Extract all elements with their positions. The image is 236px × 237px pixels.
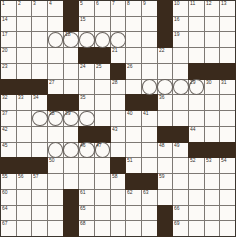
cell-r15c14[interactable] (205, 221, 220, 236)
cell-r7c13[interactable] (189, 95, 204, 110)
cell-r9c15[interactable] (220, 127, 235, 142)
cell-r14c4[interactable] (48, 206, 63, 221)
cell-r4c10[interactable] (142, 48, 157, 63)
cell-r10c4[interactable] (48, 143, 63, 158)
cell-r7c6[interactable]: 35 (79, 95, 94, 110)
cell-r9c5[interactable] (64, 127, 79, 142)
cell-r4c13[interactable] (189, 48, 204, 63)
black-square-r13c5 (64, 190, 79, 205)
cell-r14c9[interactable] (126, 206, 141, 221)
black-square-r6c1 (1, 80, 16, 95)
cell-r6c7[interactable] (95, 80, 110, 95)
cell-r8c15[interactable] (220, 111, 235, 126)
cell-r14c14[interactable] (205, 206, 220, 221)
cell-r4c3[interactable] (32, 48, 47, 63)
black-square-r2c5 (64, 17, 79, 32)
cell-r5c3[interactable] (32, 64, 47, 79)
clue-number-16: 16 (174, 17, 180, 22)
cell-r10c5[interactable] (64, 143, 79, 158)
cell-r3c14[interactable] (205, 32, 220, 47)
cell-r9c4[interactable] (48, 127, 63, 142)
cell-r7c8[interactable] (111, 95, 126, 110)
cell-r2c9[interactable] (126, 17, 141, 32)
cell-r1c7[interactable]: 6 (95, 1, 110, 16)
clue-number-19: 19 (174, 32, 180, 37)
clue-number-7: 7 (112, 1, 115, 6)
clue-number-4: 4 (49, 1, 52, 6)
cell-r6c14[interactable]: 30 (205, 80, 220, 95)
cell-r12c15[interactable] (220, 174, 235, 189)
cell-r13c1[interactable]: 60 (1, 190, 16, 205)
clue-number-57: 57 (33, 174, 39, 179)
cell-r8c5[interactable]: 39 (64, 111, 79, 126)
cell-r7c3[interactable]: 34 (32, 95, 47, 110)
cell-r5c7[interactable]: 25 (95, 64, 110, 79)
clue-number-59: 59 (159, 174, 165, 179)
cell-r2c14[interactable] (205, 17, 220, 32)
cell-r12c14[interactable] (205, 174, 220, 189)
cell-r6c4[interactable]: 27 (48, 80, 63, 95)
cell-r2c13[interactable] (189, 17, 204, 32)
circle-marker (79, 111, 95, 127)
clue-number-37: 37 (2, 111, 8, 116)
cell-r15c2[interactable] (17, 221, 32, 236)
cell-r6c5[interactable] (64, 80, 79, 95)
circle-marker (110, 32, 126, 48)
circle-marker (63, 142, 79, 158)
cell-r3c1[interactable]: 17 (1, 32, 16, 47)
cell-r10c3[interactable] (32, 143, 47, 158)
cell-r10c6[interactable]: 46 (79, 143, 94, 158)
cell-r7c15[interactable] (220, 95, 235, 110)
cell-r9c10[interactable] (142, 127, 157, 142)
cell-r13c10[interactable]: 63 (142, 190, 157, 205)
cell-r8c11[interactable] (158, 111, 173, 126)
clue-number-46: 46 (80, 143, 86, 148)
cell-r14c1[interactable]: 64 (1, 206, 16, 221)
cell-r6c8[interactable]: 28 (111, 80, 126, 95)
cell-r2c7[interactable] (95, 17, 110, 32)
cell-r3c8[interactable] (111, 32, 126, 47)
clue-number-15: 15 (80, 17, 86, 22)
clue-number-65: 65 (80, 206, 86, 211)
clue-number-22: 22 (159, 48, 165, 53)
cell-r8c7[interactable] (95, 111, 110, 126)
cell-r15c13[interactable] (189, 221, 204, 236)
clue-number-55: 55 (2, 174, 8, 179)
cell-r10c10[interactable] (142, 143, 157, 158)
circle-marker (189, 79, 205, 95)
cell-r4c1[interactable]: 20 (1, 48, 16, 63)
clue-number-6: 6 (96, 1, 99, 6)
cell-r3c10[interactable] (142, 32, 157, 47)
cell-r3c6[interactable] (79, 32, 94, 47)
clue-number-51: 51 (127, 158, 133, 163)
cell-r5c11[interactable] (158, 64, 173, 79)
cell-r4c4[interactable] (48, 48, 63, 63)
black-square-r12c9 (126, 174, 141, 189)
black-square-r4c6 (79, 48, 94, 63)
cell-r13c9[interactable]: 62 (126, 190, 141, 205)
cell-r10c7[interactable]: 47 (95, 143, 110, 158)
cell-r9c2[interactable] (17, 127, 32, 142)
cell-r6c13[interactable]: 29 (189, 80, 204, 95)
black-square-r14c11 (158, 206, 173, 221)
black-square-r7c5 (64, 95, 79, 110)
clue-number-35: 35 (80, 95, 86, 100)
clue-number-40: 40 (127, 111, 133, 116)
black-square-r12c10 (142, 174, 157, 189)
cell-r9c1[interactable]: 42 (1, 127, 16, 142)
cell-r12c1[interactable]: 55 (1, 174, 16, 189)
cell-r15c15[interactable] (220, 221, 235, 236)
clue-number-27: 27 (49, 80, 55, 85)
cell-r8c13[interactable] (189, 111, 204, 126)
clue-number-49: 49 (174, 143, 180, 148)
crossword-grid: 1234567891011121314151617181920212223242… (0, 0, 236, 237)
cell-r15c10[interactable] (142, 221, 157, 236)
cell-r4c11[interactable]: 22 (158, 48, 173, 63)
black-square-r4c7 (95, 48, 110, 63)
cell-r12c8[interactable]: 58 (111, 174, 126, 189)
cell-r3c15[interactable] (220, 32, 235, 47)
cell-r6c12[interactable] (173, 80, 188, 95)
clue-number-62: 62 (127, 190, 133, 195)
circle-marker (79, 142, 95, 158)
black-square-r9c7 (95, 127, 110, 142)
clue-number-29: 29 (190, 80, 196, 85)
circle-marker (48, 32, 64, 48)
cell-r11c9[interactable]: 51 (126, 158, 141, 173)
circle-marker (173, 79, 189, 95)
black-square-r2c11 (158, 17, 173, 32)
cell-r15c3[interactable] (32, 221, 47, 236)
cell-r11c10[interactable] (142, 158, 157, 173)
cell-r14c3[interactable] (32, 206, 47, 221)
cell-r7c14[interactable] (205, 95, 220, 110)
cell-r2c1[interactable]: 14 (1, 17, 16, 32)
black-square-r10c14 (205, 143, 220, 158)
cell-r10c8[interactable] (111, 143, 126, 158)
cell-r4c2[interactable] (17, 48, 32, 63)
cell-r9c9[interactable] (126, 127, 141, 142)
cell-r1c6[interactable]: 5 (79, 1, 94, 16)
cell-r13c6[interactable]: 61 (79, 190, 94, 205)
cell-r2c8[interactable] (111, 17, 126, 32)
cell-r15c1[interactable]: 67 (1, 221, 16, 236)
cell-r12c4[interactable] (48, 174, 63, 189)
cell-r2c4[interactable] (48, 17, 63, 32)
cell-r9c13[interactable]: 44 (189, 127, 204, 142)
cell-r15c4[interactable] (48, 221, 63, 236)
black-square-r9c11 (158, 127, 173, 142)
clue-number-8: 8 (127, 1, 130, 6)
cell-r9c14[interactable] (205, 127, 220, 142)
clue-number-26: 26 (127, 64, 133, 69)
cell-r8c3[interactable] (32, 111, 47, 126)
cell-r1c8[interactable]: 7 (111, 1, 126, 16)
black-square-r9c12 (173, 127, 188, 142)
cell-r1c14[interactable]: 12 (205, 1, 220, 16)
circle-marker (142, 79, 158, 95)
clue-number-28: 28 (112, 80, 118, 85)
cell-r1c2[interactable]: 2 (17, 1, 32, 16)
clue-number-23: 23 (2, 64, 8, 69)
black-square-r11c2 (17, 158, 32, 173)
black-square-r6c3 (32, 80, 47, 95)
cell-r13c15[interactable] (220, 190, 235, 205)
clue-number-10: 10 (174, 1, 180, 6)
cell-r11c7[interactable] (95, 158, 110, 173)
cell-r5c4[interactable] (48, 64, 63, 79)
cell-r10c1[interactable]: 45 (1, 143, 16, 158)
black-square-r15c11 (158, 221, 173, 236)
cell-r12c13[interactable] (189, 174, 204, 189)
cell-r13c13[interactable] (189, 190, 204, 205)
cell-r12c2[interactable]: 56 (17, 174, 32, 189)
cell-r15c12[interactable]: 69 (173, 221, 188, 236)
cell-r5c9[interactable]: 26 (126, 64, 141, 79)
cell-r14c10[interactable] (142, 206, 157, 221)
cell-r8c8[interactable] (111, 111, 126, 126)
cell-r2c10[interactable] (142, 17, 157, 32)
clue-number-17: 17 (2, 32, 8, 37)
cell-r8c1[interactable]: 37 (1, 111, 16, 126)
cell-r5c12[interactable] (173, 64, 188, 79)
circle-marker (48, 142, 64, 158)
circle-marker (63, 32, 79, 48)
cell-r11c5[interactable] (64, 158, 79, 173)
cell-r1c4[interactable]: 4 (48, 1, 63, 16)
cell-r10c11[interactable]: 48 (158, 143, 173, 158)
cell-r4c15[interactable] (220, 48, 235, 63)
black-square-r3c11 (158, 32, 173, 47)
cell-r3c2[interactable] (17, 32, 32, 47)
cell-r5c1[interactable]: 23 (1, 64, 16, 79)
cell-r6c6[interactable] (79, 80, 94, 95)
cell-r12c11[interactable]: 59 (158, 174, 173, 189)
clue-number-36: 36 (159, 95, 165, 100)
cell-r5c2[interactable] (17, 64, 32, 79)
clue-number-9: 9 (143, 1, 146, 6)
cell-r4c5[interactable] (64, 48, 79, 63)
cell-r7c12[interactable] (173, 95, 188, 110)
cell-r14c12[interactable]: 66 (173, 206, 188, 221)
cell-r12c12[interactable] (173, 174, 188, 189)
cell-r11c12[interactable] (173, 158, 188, 173)
circle-marker (157, 79, 173, 95)
clue-number-44: 44 (190, 127, 196, 132)
cell-r5c5[interactable] (64, 64, 79, 79)
cell-r6c15[interactable]: 31 (220, 80, 235, 95)
cell-r13c2[interactable] (17, 190, 32, 205)
cell-r7c11[interactable]: 36 (158, 95, 173, 110)
clue-number-12: 12 (206, 1, 212, 6)
clue-number-25: 25 (96, 64, 102, 69)
clue-number-13: 13 (221, 1, 227, 6)
cell-r15c6[interactable]: 68 (79, 221, 94, 236)
clue-number-39: 39 (65, 111, 71, 116)
clue-number-42: 42 (2, 127, 8, 132)
cell-r6c10[interactable] (142, 80, 157, 95)
cell-r8c2[interactable] (17, 111, 32, 126)
cell-r4c8[interactable]: 21 (111, 48, 126, 63)
cell-r10c2[interactable] (17, 143, 32, 158)
cell-r8c9[interactable]: 40 (126, 111, 141, 126)
clue-number-20: 20 (2, 48, 8, 53)
cell-r10c12[interactable]: 49 (173, 143, 188, 158)
cell-r13c4[interactable] (48, 190, 63, 205)
clue-number-21: 21 (112, 48, 118, 53)
cell-r11c15[interactable]: 54 (220, 158, 235, 173)
cell-r14c6[interactable]: 65 (79, 206, 94, 221)
cell-r1c13[interactable]: 11 (189, 1, 204, 16)
clue-number-56: 56 (18, 174, 24, 179)
cell-r2c2[interactable] (17, 17, 32, 32)
cell-r13c12[interactable] (173, 190, 188, 205)
black-square-r5c13 (189, 64, 204, 79)
black-square-r11c8 (111, 158, 126, 173)
clue-number-32: 32 (2, 95, 8, 100)
clue-number-68: 68 (80, 221, 86, 226)
cell-r8c12[interactable] (173, 111, 188, 126)
clue-number-31: 31 (221, 80, 227, 85)
cell-r1c3[interactable]: 3 (32, 1, 47, 16)
cell-r3c4[interactable] (48, 32, 63, 47)
cell-r7c7[interactable] (95, 95, 110, 110)
clue-number-60: 60 (2, 190, 8, 195)
clue-number-63: 63 (143, 190, 149, 195)
cell-r11c6[interactable] (79, 158, 94, 173)
clue-number-61: 61 (80, 190, 86, 195)
cell-r3c12[interactable]: 19 (173, 32, 188, 47)
cell-r14c8[interactable] (111, 206, 126, 221)
clue-number-43: 43 (112, 127, 118, 132)
cell-r1c15[interactable]: 13 (220, 1, 235, 16)
cell-r11c4[interactable]: 50 (48, 158, 63, 173)
cell-r1c10[interactable]: 9 (142, 1, 157, 16)
cell-r8c4[interactable]: 38 (48, 111, 63, 126)
cell-r12c3[interactable]: 57 (32, 174, 47, 189)
clue-number-11: 11 (190, 1, 195, 6)
cell-r11c14[interactable]: 53 (205, 158, 220, 173)
clue-number-30: 30 (206, 80, 212, 85)
cell-r14c15[interactable] (220, 206, 235, 221)
clue-number-47: 47 (96, 143, 102, 148)
clue-number-41: 41 (143, 111, 149, 116)
clue-number-34: 34 (33, 95, 39, 100)
cell-r5c6[interactable]: 24 (79, 64, 94, 79)
black-square-r11c3 (32, 158, 47, 173)
cell-r8c10[interactable]: 41 (142, 111, 157, 126)
clue-number-67: 67 (2, 221, 8, 226)
circle-marker (95, 142, 111, 158)
clue-number-5: 5 (80, 1, 83, 6)
cell-r13c7[interactable] (95, 190, 110, 205)
cell-r15c9[interactable] (126, 221, 141, 236)
cell-r14c7[interactable] (95, 206, 110, 221)
cell-r5c10[interactable] (142, 64, 157, 79)
clue-number-18: 18 (65, 32, 71, 37)
clue-number-64: 64 (2, 206, 8, 211)
cell-r13c8[interactable] (111, 190, 126, 205)
cell-r1c9[interactable]: 8 (126, 1, 141, 16)
cell-r3c9[interactable] (126, 32, 141, 47)
cell-r2c12[interactable]: 16 (173, 17, 188, 32)
cell-r3c3[interactable] (32, 32, 47, 47)
cell-r3c13[interactable] (189, 32, 204, 47)
clue-number-50: 50 (49, 158, 55, 163)
cell-r8c14[interactable] (205, 111, 220, 126)
cell-r9c8[interactable]: 43 (111, 127, 126, 142)
clue-number-14: 14 (2, 17, 8, 22)
cell-r13c14[interactable] (205, 190, 220, 205)
clue-number-2: 2 (18, 1, 21, 6)
black-square-r5c14 (205, 64, 220, 79)
clue-number-33: 33 (18, 95, 24, 100)
cell-r11c11[interactable] (158, 158, 173, 173)
cell-r8c6[interactable] (79, 111, 94, 126)
cell-r14c13[interactable] (189, 206, 204, 221)
black-square-r7c9 (126, 95, 141, 110)
cell-r12c6[interactable] (79, 174, 94, 189)
cell-r7c1[interactable]: 32 (1, 95, 16, 110)
cell-r2c15[interactable] (220, 17, 235, 32)
cell-r3c5[interactable]: 18 (64, 32, 79, 47)
cell-r2c6[interactable]: 15 (79, 17, 94, 32)
cell-r4c12[interactable] (173, 48, 188, 63)
black-square-r10c15 (220, 143, 235, 158)
cell-r6c11[interactable] (158, 80, 173, 95)
cell-r4c14[interactable] (205, 48, 220, 63)
clue-number-53: 53 (206, 158, 212, 163)
black-square-r1c5 (64, 1, 79, 16)
clue-number-1: 1 (2, 1, 5, 6)
black-square-r10c13 (189, 143, 204, 158)
black-square-r15c5 (64, 221, 79, 236)
cell-r13c11[interactable] (158, 190, 173, 205)
black-square-r5c8 (111, 64, 126, 79)
cell-r13c3[interactable] (32, 190, 47, 205)
cell-r1c12[interactable]: 10 (173, 1, 188, 16)
cell-r15c7[interactable] (95, 221, 110, 236)
black-square-r5c15 (220, 64, 235, 79)
cell-r3c7[interactable] (95, 32, 110, 47)
black-square-r7c10 (142, 95, 157, 110)
cell-r4c9[interactable] (126, 48, 141, 63)
cell-r12c7[interactable] (95, 174, 110, 189)
cell-r12c5[interactable] (64, 174, 79, 189)
clue-number-24: 24 (80, 64, 86, 69)
black-square-r6c2 (17, 80, 32, 95)
black-square-r9c6 (79, 127, 94, 142)
clue-number-66: 66 (174, 206, 180, 211)
cell-r9c3[interactable] (32, 127, 47, 142)
cell-r14c2[interactable] (17, 206, 32, 221)
circle-marker (63, 111, 79, 127)
clue-number-52: 52 (190, 158, 196, 163)
cell-r11c13[interactable]: 52 (189, 158, 204, 173)
black-square-r14c5 (64, 206, 79, 221)
cell-r6c9[interactable] (126, 80, 141, 95)
cell-r10c9[interactable] (126, 143, 141, 158)
black-square-r7c4 (48, 95, 63, 110)
cell-r7c2[interactable]: 33 (17, 95, 32, 110)
cell-r15c8[interactable] (111, 221, 126, 236)
circle-marker (79, 32, 95, 48)
cell-r2c3[interactable] (32, 17, 47, 32)
cell-r1c1[interactable]: 1 (1, 1, 16, 16)
